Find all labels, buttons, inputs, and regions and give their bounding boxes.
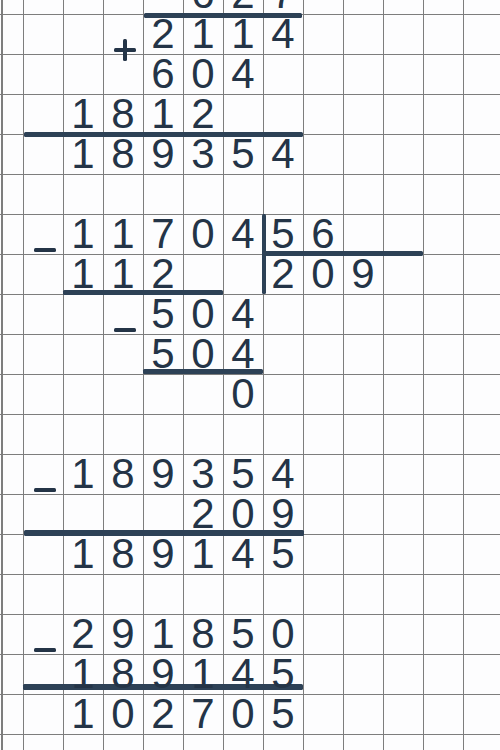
digit-cell-r4c2: 8	[103, 134, 143, 174]
digit-cell-r7c8: 9	[343, 254, 383, 294]
digit-cell-r18c3: 2	[143, 694, 183, 734]
digit-cell-r7c1: 1	[63, 254, 103, 294]
digit-cell-r6c1: 1	[63, 214, 103, 254]
digit-cell-r13c4: 2	[183, 494, 223, 534]
digit-cell-r12c4: 3	[183, 454, 223, 494]
digit-cell-r3c4: 2	[183, 94, 223, 134]
digit-cell-r4c6: 4	[263, 134, 303, 174]
digit-cell-r1c3: 2	[143, 14, 183, 54]
digit-cell-r14c6: 5	[263, 534, 303, 574]
digit-cell-r3c3: 1	[143, 94, 183, 134]
plus-sign-vbar	[123, 39, 128, 61]
digit-cell-r9c3: 5	[143, 334, 183, 374]
digit-cell-r14c1: 1	[63, 534, 103, 574]
minus-sign	[34, 248, 56, 253]
minus-sign	[114, 328, 136, 333]
digit-cell-r1c5: 1	[223, 14, 263, 54]
digit-cell-r6c3: 7	[143, 214, 183, 254]
digit-cell-r12c2: 8	[103, 454, 143, 494]
digit-cell-r14c3: 9	[143, 534, 183, 574]
digit-cell-r4c4: 3	[183, 134, 223, 174]
digit-cell-r6c2: 1	[103, 214, 143, 254]
digit-cell-r18c1: 1	[63, 694, 103, 734]
digit-cell-r14c4: 1	[183, 534, 223, 574]
digit-cell-r14c5: 4	[223, 534, 263, 574]
digit-cell-r1c6: 4	[263, 14, 303, 54]
digit-cell-r18c2: 0	[103, 694, 143, 734]
digit-cell-r4c1: 1	[63, 134, 103, 174]
minus-sign	[34, 488, 56, 493]
digit-cell-r8c3: 5	[143, 294, 183, 334]
digit-cell-r17c2: 8	[103, 654, 143, 694]
digit-cell-r9c4: 0	[183, 334, 223, 374]
digit-cell-r16c2: 9	[103, 614, 143, 654]
digit-cell-r17c5: 4	[223, 654, 263, 694]
digit-cell-r12c3: 9	[143, 454, 183, 494]
digit-cell-r3c2: 8	[103, 94, 143, 134]
digit-cell-r3c1: 1	[63, 94, 103, 134]
minus-sign	[34, 648, 56, 653]
digit-cell-r7c3: 2	[143, 254, 183, 294]
digit-cell-r4c3: 9	[143, 134, 183, 174]
digit-cell-r16c3: 1	[143, 614, 183, 654]
digit-cell-r9c5: 4	[223, 334, 263, 374]
digit-cell-r7c6: 2	[263, 254, 303, 294]
digit-cell-r7c2: 1	[103, 254, 143, 294]
digit-cell-r18c6: 5	[263, 694, 303, 734]
digit-cell-r2c3: 6	[143, 54, 183, 94]
digit-cell-r8c4: 0	[183, 294, 223, 334]
digit-cell-r18c5: 0	[223, 694, 263, 734]
digit-cell-r13c6: 9	[263, 494, 303, 534]
digit-cell-r14c2: 8	[103, 534, 143, 574]
digit-cell-r6c5: 4	[223, 214, 263, 254]
squared-paper-worksheet: 6272114604181218935411704561122095045040…	[0, 0, 500, 750]
digit-cell-r18c4: 7	[183, 694, 223, 734]
digit-cell-r2c4: 0	[183, 54, 223, 94]
digit-cell-r6c7: 6	[303, 214, 343, 254]
digit-cell-r12c5: 5	[223, 454, 263, 494]
digit-cell-r8c5: 4	[223, 294, 263, 334]
digit-cell-r1c4: 1	[183, 14, 223, 54]
digit-cell-r17c1: 1	[63, 654, 103, 694]
digit-cell-r4c5: 5	[223, 134, 263, 174]
digit-cell-r17c3: 9	[143, 654, 183, 694]
digit-cell-r16c6: 0	[263, 614, 303, 654]
digit-cell-r12c6: 4	[263, 454, 303, 494]
digit-cell-r2c5: 4	[223, 54, 263, 94]
digit-cell-r16c1: 2	[63, 614, 103, 654]
digit-cell-r7c7: 0	[303, 254, 343, 294]
digit-cell-r16c5: 5	[223, 614, 263, 654]
digit-cell-r6c4: 0	[183, 214, 223, 254]
digit-cell-r17c6: 5	[263, 654, 303, 694]
digit-cell-r17c4: 1	[183, 654, 223, 694]
digit-cell-r6c6: 5	[263, 214, 303, 254]
digit-cell-r10c5: 0	[223, 374, 263, 414]
digit-cell-r16c4: 8	[183, 614, 223, 654]
digit-cell-r12c1: 1	[63, 454, 103, 494]
digit-cell-r13c5: 0	[223, 494, 263, 534]
